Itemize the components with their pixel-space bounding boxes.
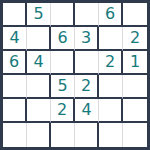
cell-r4c3-given: 5 <box>51 75 75 99</box>
cell-r5c3-given: 2 <box>51 99 75 123</box>
cell-r1c5-given: 6 <box>99 3 123 27</box>
cell-r2c4-given: 3 <box>75 27 99 51</box>
cell-r2c3-given: 6 <box>51 27 75 51</box>
cell-r2c5-empty[interactable] <box>99 27 123 51</box>
cell-r4c2-empty[interactable] <box>27 75 51 99</box>
puzzle-app: 56463264215224 <box>0 0 150 150</box>
cell-r3c3-empty[interactable] <box>51 51 75 75</box>
cell-r3c4-empty[interactable] <box>75 51 99 75</box>
cell-r4c1-empty[interactable] <box>3 75 27 99</box>
cell-r2c1-given: 4 <box>3 27 27 51</box>
cell-r4c4-given: 2 <box>75 75 99 99</box>
cell-r5c5-empty[interactable] <box>99 99 123 123</box>
cell-r5c1-empty[interactable] <box>3 99 27 123</box>
cell-r3c5-given: 2 <box>99 51 123 75</box>
cell-r5c2-empty[interactable] <box>27 99 51 123</box>
cell-r1c3-empty[interactable] <box>51 3 75 27</box>
cell-r3c6-given: 1 <box>123 51 147 75</box>
cell-r1c2-given: 5 <box>27 3 51 27</box>
cell-r5c4-given: 4 <box>75 99 99 123</box>
cell-r1c4-empty[interactable] <box>75 3 99 27</box>
cell-r1c1-empty[interactable] <box>3 3 27 27</box>
cell-r3c1-given: 6 <box>3 51 27 75</box>
cell-r2c6-given: 2 <box>123 27 147 51</box>
cell-r6c6-empty[interactable] <box>123 123 147 147</box>
puzzle-board: 56463264215224 <box>0 0 150 150</box>
cell-r3c2-given: 4 <box>27 51 51 75</box>
cell-r4c5-empty[interactable] <box>99 75 123 99</box>
cell-r6c2-empty[interactable] <box>27 123 51 147</box>
cell-r4c6-empty[interactable] <box>123 75 147 99</box>
cell-r1c6-empty[interactable] <box>123 3 147 27</box>
cell-r6c3-empty[interactable] <box>51 123 75 147</box>
cell-r2c2-empty[interactable] <box>27 27 51 51</box>
cell-r5c6-empty[interactable] <box>123 99 147 123</box>
cell-r6c1-empty[interactable] <box>3 123 27 147</box>
cell-r6c5-empty[interactable] <box>99 123 123 147</box>
cell-r6c4-empty[interactable] <box>75 123 99 147</box>
